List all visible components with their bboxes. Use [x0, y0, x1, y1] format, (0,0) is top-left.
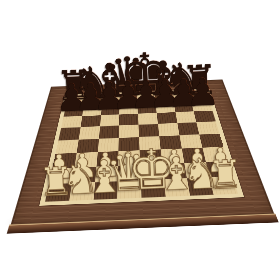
- square-a6[interactable]: [61, 116, 82, 128]
- square-g6[interactable]: [175, 111, 196, 123]
- square-h5[interactable]: [196, 122, 219, 135]
- board-grid: ♜♞♝♛♚♝♞♜♟♟♟♟♟♟♟♟♟♟♟♟♟♟♟♟♜♞♝♛♚♝♞♜: [45, 91, 238, 202]
- square-e5[interactable]: [138, 124, 159, 137]
- square-h6[interactable]: [194, 110, 216, 122]
- square-c5[interactable]: [99, 126, 119, 139]
- square-h1[interactable]: ♜: [210, 177, 238, 195]
- piece-black-pawn-h7[interactable]: ♟: [185, 73, 220, 112]
- piece-white-rook-h1[interactable]: ♜: [207, 155, 243, 195]
- square-d6[interactable]: [119, 114, 138, 126]
- chess-board: ♜♞♝♛♚♝♞♜♟♟♟♟♟♟♟♟♟♟♟♟♟♟♟♟♜♞♝♛♚♝♞♜: [10, 79, 274, 225]
- square-b5[interactable]: [79, 126, 100, 139]
- square-h7[interactable]: ♟: [191, 100, 212, 111]
- square-f6[interactable]: [157, 112, 178, 124]
- square-b6[interactable]: [80, 115, 100, 127]
- square-d5[interactable]: [119, 125, 139, 138]
- scene: ♜♞♝♛♚♝♞♜♟♟♟♟♟♟♟♟♟♟♟♟♟♟♟♟♜♞♝♛♚♝♞♜: [31, 29, 248, 246]
- square-e6[interactable]: [138, 113, 158, 125]
- square-f5[interactable]: [158, 123, 179, 136]
- square-c6[interactable]: [100, 114, 120, 126]
- chess-set-photo: ♜♞♝♛♚♝♞♜♟♟♟♟♟♟♟♟♟♟♟♟♟♟♟♟♜♞♝♛♚♝♞♜: [0, 0, 280, 280]
- board-border-strip: ♜♞♝♛♚♝♞♜♟♟♟♟♟♟♟♟♟♟♟♟♟♟♟♟♜♞♝♛♚♝♞♜: [38, 88, 244, 206]
- square-a5[interactable]: [58, 127, 80, 140]
